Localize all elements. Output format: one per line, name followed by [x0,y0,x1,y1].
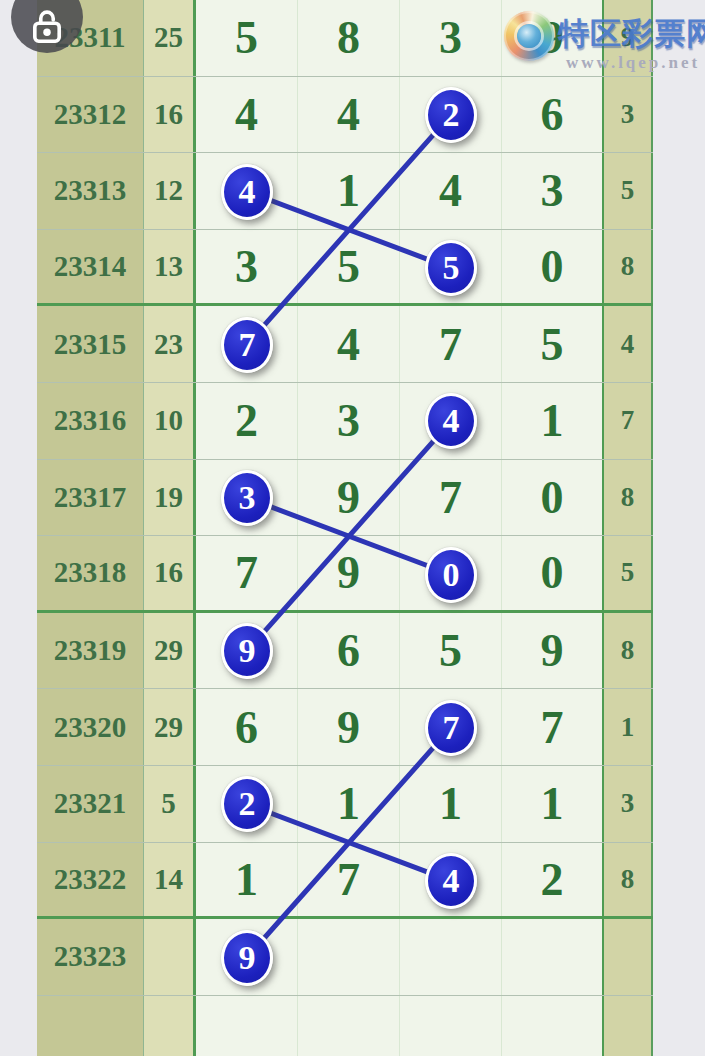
digit-cell: 1 [502,383,604,459]
trend-chart-board: 2331125583992331216446323313121435233141… [37,0,653,1056]
digit-cell [298,996,400,1056]
digit-cell: 4 [196,77,298,153]
digit-cell: 9 [502,613,604,689]
chart-row: 23315234754 [37,306,653,383]
sum-cell: 12 [144,153,196,229]
digit-cell: 1 [400,766,502,842]
sum-cell: 16 [144,77,196,153]
period-cell: 23312 [37,77,144,153]
tail-cell [604,996,653,1056]
tail-cell: 7 [604,383,653,459]
digit-cell: 7 [196,536,298,610]
period-cell: 23316 [37,383,144,459]
period-cell: 23313 [37,153,144,229]
digit-cell: 3 [400,0,502,76]
period-cell: 23314 [37,230,144,304]
digit-cell: 2 [196,383,298,459]
chart-row: 23312164463 [37,77,653,154]
digit-cell [400,996,502,1056]
circled-digit: 4 [425,853,477,909]
sum-cell: 23 [144,306,196,382]
tail-cell: 8 [604,460,653,536]
digit-cell [298,919,400,995]
chart-row: 23316102317 [37,383,653,460]
circled-digit: 2 [221,776,273,832]
sum-cell: 16 [144,536,196,610]
sum-cell: 19 [144,460,196,536]
tail-cell: 3 [604,77,653,153]
tail-cell: 8 [604,613,653,689]
digit-cell: 1 [502,766,604,842]
chart-row: 23314133508 [37,230,653,307]
tail-cell: 5 [604,153,653,229]
digit-cell [400,919,502,995]
sum-cell: 5 [144,766,196,842]
sum-cell: 29 [144,613,196,689]
digit-cell: 9 [298,689,400,765]
circled-digit: 2 [425,87,477,143]
logo-swirl-icon [504,11,554,61]
digit-cell: 3 [298,383,400,459]
period-cell: 23321 [37,766,144,842]
digit-cell: 9 [298,536,400,610]
digit-cell: 5 [196,0,298,76]
tail-cell: 4 [604,306,653,382]
sum-cell [144,996,196,1056]
digit-cell: 6 [502,77,604,153]
sum-cell: 13 [144,230,196,304]
tail-cell [604,919,653,995]
circled-digit: 5 [425,240,477,296]
sum-cell: 25 [144,0,196,76]
digit-cell [196,996,298,1056]
digit-cell: 4 [298,77,400,153]
chart-row [37,996,653,1056]
period-cell [37,996,144,1056]
sum-cell: 29 [144,689,196,765]
digit-cell: 7 [298,843,400,917]
tail-cell: 1 [604,689,653,765]
sum-cell: 14 [144,843,196,917]
circled-digit: 4 [425,393,477,449]
chart-row: 2332151113 [37,766,653,843]
chart-row: 23313121435 [37,153,653,230]
sum-cell [144,919,196,995]
period-cell: 23315 [37,306,144,382]
tail-cell: 3 [604,766,653,842]
digit-cell: 9 [298,460,400,536]
sum-cell: 10 [144,383,196,459]
period-cell: 23323 [37,919,144,995]
site-url: www.lqep.net [566,53,700,73]
circled-digit: 3 [221,470,273,526]
unlock-icon [30,8,64,44]
digit-cell [502,919,604,995]
digit-cell: 8 [298,0,400,76]
digit-cell: 5 [400,613,502,689]
digit-cell: 5 [298,230,400,304]
digit-cell: 0 [502,230,604,304]
period-cell: 23322 [37,843,144,917]
digit-cell: 7 [400,460,502,536]
circled-digit: 7 [425,700,477,756]
digit-cell: 6 [196,689,298,765]
digit-cell: 3 [502,153,604,229]
digit-cell [502,996,604,1056]
period-cell: 23319 [37,613,144,689]
digit-cell: 0 [502,460,604,536]
tail-cell: 8 [604,843,653,917]
digit-cell: 2 [502,843,604,917]
circled-digit: 9 [221,623,273,679]
circled-digit: 0 [425,547,477,603]
chart-row: 23318167905 [37,536,653,613]
digit-cell: 1 [196,843,298,917]
circled-digit: 9 [221,930,273,986]
chart-row: 23319296598 [37,613,653,690]
digit-cell: 0 [502,536,604,610]
chart-row: 23320296971 [37,689,653,766]
tail-cell: 5 [604,536,653,610]
tail-cell: 8 [604,230,653,304]
digit-cell: 1 [298,153,400,229]
circled-digit: 4 [221,164,273,220]
digit-cell: 6 [298,613,400,689]
chart-row: 23317199708 [37,460,653,537]
digit-cell: 7 [400,306,502,382]
period-cell: 23320 [37,689,144,765]
digit-cell: 5 [502,306,604,382]
digit-cell: 4 [400,153,502,229]
digit-cell: 7 [502,689,604,765]
circled-digit: 7 [221,317,273,373]
digit-cell: 4 [298,306,400,382]
digit-cell: 3 [196,230,298,304]
period-cell: 23318 [37,536,144,610]
period-cell: 23317 [37,460,144,536]
site-name: 特区彩票网 [558,13,705,55]
chart-row: 23323 [37,919,653,996]
chart-row: 23322141728 [37,843,653,920]
digit-cell: 1 [298,766,400,842]
